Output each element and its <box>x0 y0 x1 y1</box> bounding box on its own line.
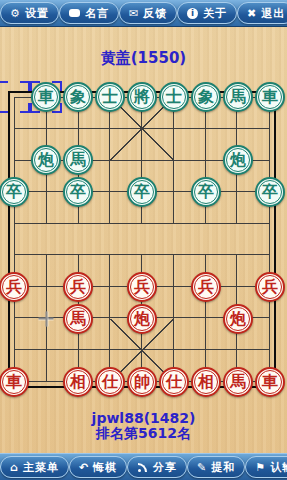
opponent-name: 黄盖(1550) <box>0 49 287 68</box>
exit-button-label: 退出 <box>261 6 285 21</box>
piece-仕-red[interactable]: 仕 <box>159 367 189 397</box>
player-rank: 排名第5612名 <box>0 426 287 441</box>
quotes-button-label: 名言 <box>85 6 109 21</box>
piece-相-red[interactable]: 相 <box>191 367 221 397</box>
settings-button-label: 设置 <box>25 6 49 21</box>
resign-button[interactable]: ⚑ 认输 <box>245 456 287 478</box>
exit-button[interactable]: ✖ 退出 <box>237 2 287 24</box>
feedback-button[interactable]: ✉ 反馈 <box>119 2 177 24</box>
piece-象-black[interactable]: 象 <box>63 82 93 112</box>
piece-兵-red[interactable]: 兵 <box>127 272 157 302</box>
piece-炮-red[interactable]: 炮 <box>223 304 253 334</box>
about-button[interactable]: i 关于 <box>177 2 237 24</box>
piece-象-black[interactable]: 象 <box>191 82 221 112</box>
last-move-marker <box>0 81 30 113</box>
piece-卒-black[interactable]: 卒 <box>63 177 93 207</box>
piece-車-red[interactable]: 車 <box>0 367 29 397</box>
undo-move-button[interactable]: ↶ 悔棋 <box>69 456 127 478</box>
undo-move-button-label: 悔棋 <box>93 460 117 475</box>
piece-車-red[interactable]: 車 <box>255 367 285 397</box>
piece-士-black[interactable]: 士 <box>95 82 125 112</box>
piece-帥-red[interactable]: 帥 <box>127 367 157 397</box>
share-button-label: 分享 <box>153 460 177 475</box>
piece-卒-black[interactable]: 卒 <box>255 177 285 207</box>
piece-車-black[interactable]: 車 <box>255 82 285 112</box>
player-name: jpwl88(1482) <box>0 411 287 426</box>
share-icon <box>137 462 148 473</box>
gear-icon: ⚙ <box>10 8 20 19</box>
undo-icon: ↶ <box>79 462 88 473</box>
board-cursor <box>39 311 54 326</box>
piece-炮-black[interactable]: 炮 <box>31 145 61 175</box>
piece-卒-black[interactable]: 卒 <box>191 177 221 207</box>
player-info: jpwl88(1482) 排名第5612名 <box>0 411 287 441</box>
home-icon: ⌂ <box>10 462 18 473</box>
quotes-button[interactable]: 名言 <box>59 2 119 24</box>
resign-button-label: 认输 <box>270 460 287 475</box>
offer-draw-button[interactable]: ✎ 提和 <box>187 456 245 478</box>
info-icon: i <box>187 8 198 19</box>
piece-仕-red[interactable]: 仕 <box>95 367 125 397</box>
feedback-button-label: 反馈 <box>143 6 167 21</box>
about-button-label: 关于 <box>203 6 227 21</box>
app-window: ⚙ 设置 名言 ✉ 反馈 i 关于 ✖ 退出 黄盖(1550) 車象士將士象馬車… <box>0 0 287 480</box>
xiangqi-board[interactable]: 車象士將士象馬車炮馬炮卒卒卒卒卒兵兵兵兵兵馬炮炮車相仕帥仕相馬車 <box>14 97 270 382</box>
piece-馬-red[interactable]: 馬 <box>63 304 93 334</box>
pieces-layer: 車象士將士象馬車炮馬炮卒卒卒卒卒兵兵兵兵兵馬炮炮車相仕帥仕相馬車 <box>14 97 270 382</box>
piece-車-black[interactable]: 車 <box>31 82 61 112</box>
pencil-icon: ✎ <box>197 462 206 473</box>
share-button[interactable]: 分享 <box>127 456 187 478</box>
piece-炮-red[interactable]: 炮 <box>127 304 157 334</box>
piece-馬-red[interactable]: 馬 <box>223 367 253 397</box>
piece-卒-black[interactable]: 卒 <box>127 177 157 207</box>
piece-馬-black[interactable]: 馬 <box>63 145 93 175</box>
close-icon: ✖ <box>247 8 256 19</box>
piece-炮-black[interactable]: 炮 <box>223 145 253 175</box>
piece-兵-red[interactable]: 兵 <box>63 272 93 302</box>
speech-bubble-icon <box>69 9 80 17</box>
flag-icon: ⚑ <box>255 462 265 473</box>
settings-button[interactable]: ⚙ 设置 <box>0 2 59 24</box>
top-toolbar: ⚙ 设置 名言 ✉ 反馈 i 关于 ✖ 退出 <box>0 0 287 27</box>
bottom-toolbar: ⌂ 主菜单 ↶ 悔棋 分享 ✎ 提和 ⚑ 认输 <box>0 453 287 480</box>
piece-士-black[interactable]: 士 <box>159 82 189 112</box>
piece-馬-black[interactable]: 馬 <box>223 82 253 112</box>
piece-兵-red[interactable]: 兵 <box>255 272 285 302</box>
piece-將-black[interactable]: 將 <box>127 82 157 112</box>
main-menu-button-label: 主菜单 <box>23 460 59 475</box>
envelope-icon: ✉ <box>129 8 138 19</box>
piece-卒-black[interactable]: 卒 <box>0 177 29 207</box>
piece-兵-red[interactable]: 兵 <box>0 272 29 302</box>
main-menu-button[interactable]: ⌂ 主菜单 <box>0 456 69 478</box>
piece-相-red[interactable]: 相 <box>63 367 93 397</box>
offer-draw-button-label: 提和 <box>211 460 235 475</box>
piece-兵-red[interactable]: 兵 <box>191 272 221 302</box>
